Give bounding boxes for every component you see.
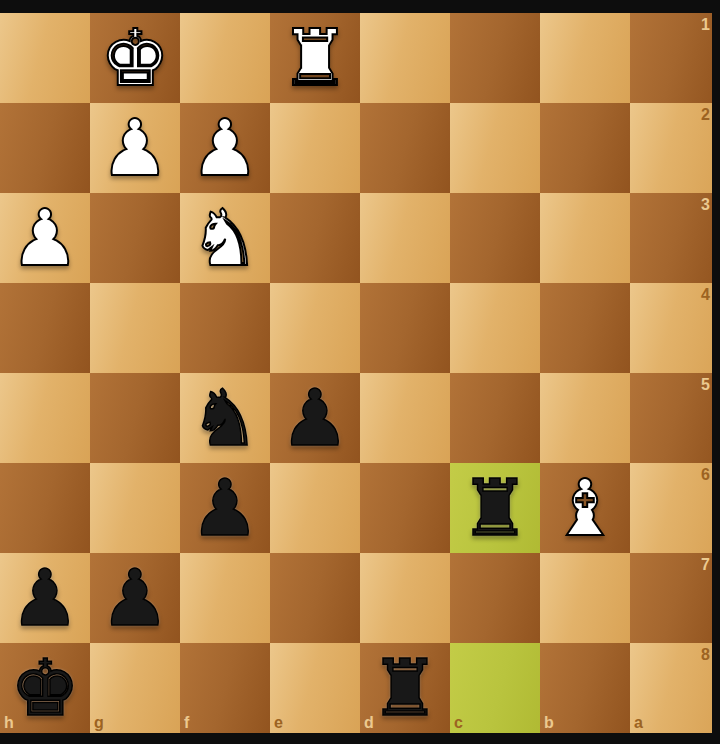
top-frame-bar [0, 0, 720, 13]
white-king-g1[interactable]: ♚ [100, 13, 170, 103]
square-d6[interactable] [360, 463, 450, 553]
square-f1[interactable] [180, 13, 270, 103]
file-label-f: f [184, 714, 189, 732]
square-h1[interactable] [0, 13, 90, 103]
square-a2[interactable]: 2 [630, 103, 720, 193]
square-e2[interactable] [270, 103, 360, 193]
square-d4[interactable] [360, 283, 450, 373]
square-b7[interactable] [540, 553, 630, 643]
square-f3[interactable]: ♞ [180, 193, 270, 283]
white-rook-e1[interactable]: ♜ [280, 13, 350, 103]
square-g1[interactable]: ♚ [90, 13, 180, 103]
square-a8[interactable]: 8a [630, 643, 720, 733]
rank-label-6: 6 [701, 466, 710, 484]
square-a3[interactable]: 3 [630, 193, 720, 283]
square-f6[interactable]: ♟ [180, 463, 270, 553]
square-a1[interactable]: 1 [630, 13, 720, 103]
square-g8[interactable]: g [90, 643, 180, 733]
file-label-a: a [634, 714, 643, 732]
square-d7[interactable] [360, 553, 450, 643]
square-h6[interactable] [0, 463, 90, 553]
square-f7[interactable] [180, 553, 270, 643]
square-a5[interactable]: 5 [630, 373, 720, 463]
black-pawn-h7[interactable]: ♟ [10, 553, 80, 643]
black-rook-c6[interactable]: ♜ [460, 463, 530, 553]
square-h4[interactable] [0, 283, 90, 373]
square-e3[interactable] [270, 193, 360, 283]
white-pawn-g2[interactable]: ♟ [100, 103, 170, 193]
square-h7[interactable]: ♟ [0, 553, 90, 643]
square-c4[interactable] [450, 283, 540, 373]
black-knight-f5[interactable]: ♞ [190, 373, 260, 463]
square-a6[interactable]: 6 [630, 463, 720, 553]
file-label-e: e [274, 714, 283, 732]
square-h2[interactable] [0, 103, 90, 193]
square-c6[interactable]: ♜ [450, 463, 540, 553]
square-c8[interactable]: c [450, 643, 540, 733]
rank-label-4: 4 [701, 286, 710, 304]
file-label-h: h [4, 714, 14, 732]
rank-label-5: 5 [701, 376, 710, 394]
square-g4[interactable] [90, 283, 180, 373]
square-c2[interactable] [450, 103, 540, 193]
square-a7[interactable]: 7 [630, 553, 720, 643]
black-pawn-e5[interactable]: ♟ [280, 373, 350, 463]
white-pawn-h3[interactable]: ♟ [10, 193, 80, 283]
square-e1[interactable]: ♜ [270, 13, 360, 103]
file-label-c: c [454, 714, 463, 732]
square-d3[interactable] [360, 193, 450, 283]
square-g3[interactable] [90, 193, 180, 283]
square-e8[interactable]: e [270, 643, 360, 733]
square-d5[interactable] [360, 373, 450, 463]
black-king-h8[interactable]: ♚ [10, 643, 80, 733]
rank-label-1: 1 [701, 16, 710, 34]
square-g7[interactable]: ♟ [90, 553, 180, 643]
square-h5[interactable] [0, 373, 90, 463]
right-frame-bar [712, 0, 720, 744]
square-e6[interactable] [270, 463, 360, 553]
square-d2[interactable] [360, 103, 450, 193]
square-b1[interactable] [540, 13, 630, 103]
white-bishop-b6[interactable]: ♝ [550, 463, 620, 553]
file-label-g: g [94, 714, 104, 732]
square-b4[interactable] [540, 283, 630, 373]
rank-label-3: 3 [701, 196, 710, 214]
white-knight-f3[interactable]: ♞ [190, 193, 260, 283]
square-f4[interactable] [180, 283, 270, 373]
square-c1[interactable] [450, 13, 540, 103]
file-label-d: d [364, 714, 374, 732]
white-pawn-f2[interactable]: ♟ [190, 103, 260, 193]
square-b8[interactable]: b [540, 643, 630, 733]
square-a4[interactable]: 4 [630, 283, 720, 373]
bottom-frame-bar [0, 733, 720, 744]
square-g6[interactable] [90, 463, 180, 553]
square-h3[interactable]: ♟ [0, 193, 90, 283]
rank-label-2: 2 [701, 106, 710, 124]
square-c7[interactable] [450, 553, 540, 643]
square-g2[interactable]: ♟ [90, 103, 180, 193]
rank-label-7: 7 [701, 556, 710, 574]
square-g5[interactable] [90, 373, 180, 463]
square-c5[interactable] [450, 373, 540, 463]
chessboard: ♚♜1♟♟2♟♞34♞♟5♟♜♝6♟♟7♚hgfe♜dcb8a [0, 13, 720, 733]
square-e7[interactable] [270, 553, 360, 643]
square-d8[interactable]: ♜d [360, 643, 450, 733]
black-rook-d8[interactable]: ♜ [370, 643, 440, 733]
square-c3[interactable] [450, 193, 540, 283]
square-d1[interactable] [360, 13, 450, 103]
square-b2[interactable] [540, 103, 630, 193]
square-f5[interactable]: ♞ [180, 373, 270, 463]
square-f2[interactable]: ♟ [180, 103, 270, 193]
square-b5[interactable] [540, 373, 630, 463]
black-pawn-f6[interactable]: ♟ [190, 463, 260, 553]
rank-label-8: 8 [701, 646, 710, 664]
square-e4[interactable] [270, 283, 360, 373]
square-b3[interactable] [540, 193, 630, 283]
square-h8[interactable]: ♚h [0, 643, 90, 733]
file-label-b: b [544, 714, 554, 732]
square-f8[interactable]: f [180, 643, 270, 733]
black-pawn-g7[interactable]: ♟ [100, 553, 170, 643]
square-b6[interactable]: ♝ [540, 463, 630, 553]
square-e5[interactable]: ♟ [270, 373, 360, 463]
